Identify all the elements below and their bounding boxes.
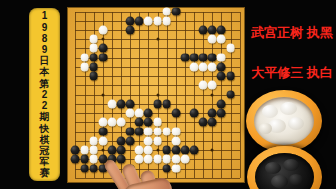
grid-line-h: [75, 178, 239, 179]
black-stone: [117, 146, 126, 155]
banner-char: 赛: [40, 167, 50, 178]
black-stone: [208, 109, 217, 118]
black-stone: [80, 164, 89, 173]
black-stone: [98, 164, 107, 173]
black-stone: [89, 53, 98, 62]
banner-char: 1: [42, 10, 48, 21]
white-stone: [153, 155, 162, 164]
white-stone: [171, 155, 180, 164]
black-stone: [181, 53, 190, 62]
player-black-label: 武宫正树 执黑: [248, 24, 336, 42]
banner-char: 期: [40, 111, 50, 122]
black-stone: [135, 16, 144, 25]
player-white-label: 大平修三 执白: [248, 64, 336, 82]
white-stone: [98, 26, 107, 35]
white-stone: [98, 136, 107, 145]
white-stone: [171, 136, 180, 145]
white-stone: [153, 136, 162, 145]
black-stone: [217, 109, 226, 118]
white-stone: [162, 7, 171, 16]
black-stone: [135, 118, 144, 127]
white-stone: [199, 81, 208, 90]
banner-char: 2: [42, 100, 48, 111]
grid-line-v: [240, 12, 241, 178]
black-stone: [108, 164, 117, 173]
black-stone: [98, 155, 107, 164]
black-stone: [181, 146, 190, 155]
black-stone: [171, 109, 180, 118]
white-stone: [144, 16, 153, 25]
white-stone: [135, 109, 144, 118]
black-stone: [98, 127, 107, 136]
white-stone: [153, 127, 162, 136]
white-stone: [98, 118, 107, 127]
white-stone: [144, 127, 153, 136]
black-stone: [144, 118, 153, 127]
white-stone: [171, 127, 180, 136]
black-stone: [217, 72, 226, 81]
white-stone: [171, 164, 180, 173]
banner-char: 第: [40, 78, 50, 89]
black-stone: [226, 90, 235, 99]
black-stone: [135, 127, 144, 136]
black-stone: [190, 53, 199, 62]
bowl-stone: [280, 102, 297, 115]
bowl-stone: [259, 123, 272, 134]
white-stone: [181, 155, 190, 164]
bowl-stone: [288, 117, 304, 130]
black-stone: [144, 109, 153, 118]
white-stone: [153, 16, 162, 25]
banner-char: 军: [40, 156, 50, 167]
black-stone: [71, 146, 80, 155]
white-stone: [190, 63, 199, 72]
white-stone: [89, 44, 98, 53]
black-stone: [108, 155, 117, 164]
bowl-stone: [262, 105, 278, 118]
black-stone: [98, 44, 107, 53]
bowl-stone: [289, 174, 303, 185]
white-stone: [153, 118, 162, 127]
white-stone: [208, 63, 217, 72]
star-point: [156, 93, 159, 96]
star-point: [211, 93, 214, 96]
black-stone-bowl: [247, 146, 322, 189]
black-stone: [126, 26, 135, 35]
white-stone: [162, 127, 171, 136]
white-stone: [144, 155, 153, 164]
white-stone: [217, 53, 226, 62]
black-stone: [208, 118, 217, 127]
banner-char: 2: [42, 89, 48, 100]
black-stone: [126, 136, 135, 145]
white-stone: [80, 146, 89, 155]
black-stone: [217, 26, 226, 35]
black-stone: [98, 53, 107, 62]
bowl-stone: [283, 159, 299, 171]
black-stone: [208, 53, 217, 62]
black-stone: [117, 99, 126, 108]
white-stone: [108, 118, 117, 127]
black-stone: [89, 72, 98, 81]
black-stone: [126, 164, 135, 173]
banner-char: 8: [42, 33, 48, 44]
black-stone: [162, 146, 171, 155]
bowl-stone: [271, 175, 288, 188]
white-stones-pile: [254, 97, 314, 145]
black-stone: [199, 53, 208, 62]
black-stone: [126, 16, 135, 25]
white-stone-bowl: [246, 90, 322, 152]
banner-char: 冠: [40, 145, 50, 156]
white-stone: [126, 109, 135, 118]
title-banner: 1989日本第22期快棋冠军赛: [29, 8, 60, 181]
black-stone: [190, 109, 199, 118]
star-point: [156, 38, 159, 41]
video-frame: 1989日本第22期快棋冠军赛 武宫正树 执黑 大平修三 执白: [0, 0, 336, 189]
black-stone: [108, 146, 117, 155]
black-stone: [117, 155, 126, 164]
star-point: [101, 38, 104, 41]
white-stone: [208, 35, 217, 44]
black-stone: [171, 7, 180, 16]
banner-char: 9: [42, 22, 48, 33]
black-stone: [162, 164, 171, 173]
black-stone: [80, 155, 89, 164]
white-stone: [135, 155, 144, 164]
black-stone: [217, 99, 226, 108]
white-stone: [144, 146, 153, 155]
white-stone: [199, 63, 208, 72]
star-point: [156, 149, 159, 152]
white-stone: [162, 16, 171, 25]
white-stone: [135, 146, 144, 155]
white-stone: [80, 63, 89, 72]
white-stone: [80, 53, 89, 62]
black-stone: [89, 164, 98, 173]
black-stone: [89, 63, 98, 72]
white-stone: [89, 155, 98, 164]
star-point: [211, 149, 214, 152]
black-stone: [171, 146, 180, 155]
star-point: [101, 93, 104, 96]
black-stone: [190, 146, 199, 155]
black-stone: [126, 99, 135, 108]
white-stone: [117, 118, 126, 127]
white-stone: [208, 81, 217, 90]
banner-char: 棋: [40, 134, 50, 145]
black-stone: [226, 72, 235, 81]
white-stone: [162, 155, 171, 164]
black-stone: [71, 155, 80, 164]
white-stone: [89, 146, 98, 155]
banner-char: 本: [40, 66, 50, 77]
black-stone: [126, 127, 135, 136]
grid-line-v: [203, 12, 204, 178]
black-stone: [199, 26, 208, 35]
black-stone: [208, 26, 217, 35]
bowl-stone: [265, 162, 281, 174]
white-stone: [144, 136, 153, 145]
title-banner-text: 1989日本第22期快棋冠军赛: [29, 8, 60, 181]
banner-char: 快: [40, 123, 50, 134]
black-stone: [153, 99, 162, 108]
banner-char: 9: [42, 44, 48, 55]
black-stone: [162, 99, 171, 108]
banner-char: 日: [40, 55, 50, 66]
black-stone: [199, 118, 208, 127]
black-stone: [217, 63, 226, 72]
white-stone: [89, 35, 98, 44]
white-stone: [226, 44, 235, 53]
go-board: [67, 7, 245, 183]
white-stone: [89, 136, 98, 145]
black-stone: [117, 136, 126, 145]
black-stones-pile: [255, 153, 314, 189]
white-stone: [217, 35, 226, 44]
star-point: [101, 149, 104, 152]
white-stone: [108, 99, 117, 108]
